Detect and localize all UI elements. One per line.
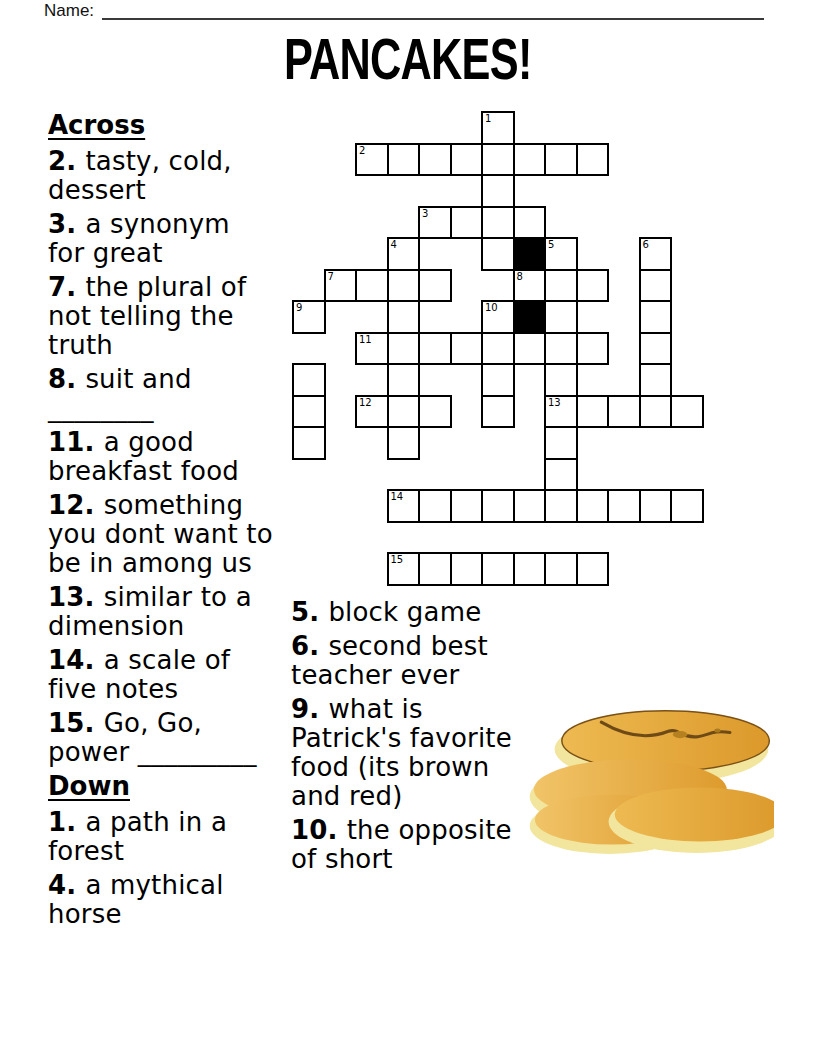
clue-text: the plural of not telling the truth [48, 272, 246, 360]
grid-cell[interactable] [544, 332, 578, 366]
clue-number: 7. [48, 272, 76, 302]
name-label: Name: [44, 2, 94, 20]
grid-cell[interactable] [576, 395, 610, 429]
grid-cell[interactable] [481, 206, 515, 240]
clue-number-label: 13 [548, 397, 561, 408]
clue-number: 1. [48, 807, 76, 837]
grid-block-cell [513, 237, 547, 271]
clue-number: 9. [291, 694, 319, 724]
down-clues-left: 1.a path in a forest4.a mythical horse [48, 808, 286, 929]
grid-cell[interactable] [292, 395, 326, 429]
clue-9: 9.what is Patrick's favorite food (its b… [291, 695, 531, 811]
grid-cell[interactable] [387, 395, 421, 429]
grid-cell[interactable] [544, 269, 578, 303]
grid-cell[interactable] [481, 174, 515, 208]
clue-number: 3. [48, 209, 76, 239]
grid-cell[interactable]: 13 [544, 395, 578, 429]
grid-cell[interactable]: 5 [544, 237, 578, 271]
clue-12: 12.something you dont want to be in amon… [48, 491, 286, 578]
name-input-line[interactable] [102, 2, 764, 20]
grid-cell[interactable] [418, 332, 452, 366]
grid-cell[interactable] [387, 300, 421, 334]
grid-cell[interactable] [481, 363, 515, 397]
grid-cell[interactable] [387, 143, 421, 177]
clue-3: 3.a synonym for great [48, 210, 286, 268]
clue-11: 11.a good breakfast food [48, 428, 286, 486]
grid-cell[interactable] [418, 143, 452, 177]
grid-cell[interactable] [481, 395, 515, 429]
grid-cell[interactable] [450, 206, 484, 240]
grid-cell[interactable] [418, 552, 452, 586]
grid-cell[interactable] [513, 552, 547, 586]
left-clue-column: Across 2.tasty, cold, dessert3.a synonym… [48, 111, 286, 934]
grid-cell[interactable] [418, 395, 452, 429]
grid-cell[interactable] [418, 269, 452, 303]
page-title: PANCAKES! [284, 30, 531, 88]
clue-2: 2.tasty, cold, dessert [48, 147, 286, 205]
grid-cell[interactable]: 12 [355, 395, 389, 429]
name-row: Name: [44, 2, 764, 20]
grid-cell[interactable] [387, 363, 421, 397]
clue-number: 5. [291, 597, 319, 627]
grid-cell[interactable] [544, 489, 578, 523]
across-heading: Across [48, 111, 286, 140]
clue-number-label: 1 [485, 113, 491, 124]
clue-number: 11. [48, 427, 95, 457]
grid-cell[interactable] [576, 552, 610, 586]
grid-cell[interactable] [481, 237, 515, 271]
grid-cell[interactable]: 14 [387, 489, 421, 523]
grid-cell[interactable] [450, 489, 484, 523]
grid-cell[interactable] [670, 489, 704, 523]
grid-cell[interactable]: 6 [639, 237, 673, 271]
clue-number-label: 8 [517, 271, 523, 282]
grid-cell[interactable] [481, 552, 515, 586]
grid-cell[interactable] [513, 143, 547, 177]
grid-cell[interactable] [639, 489, 673, 523]
clue-number: 13. [48, 582, 95, 612]
grid-cell[interactable] [387, 426, 421, 460]
clue-number: 2. [48, 146, 76, 176]
grid-cell[interactable] [450, 332, 484, 366]
clue-6: 6.second best teacher ever [291, 632, 531, 690]
grid-block-cell [513, 300, 547, 334]
worksheet-page: Name: PANCAKES! Across 2.tasty, cold, de… [0, 0, 816, 1056]
grid-cell[interactable]: 3 [418, 206, 452, 240]
grid-cell[interactable] [639, 363, 673, 397]
clue-number: 6. [291, 631, 319, 661]
grid-cell[interactable]: 1 [481, 111, 515, 145]
grid-cell[interactable] [576, 143, 610, 177]
clue-7: 7.the plural of not telling the truth [48, 273, 286, 360]
grid-cell[interactable] [607, 489, 641, 523]
clue-text: what is Patrick's favorite food (its bro… [291, 694, 512, 811]
clue-number: 8. [48, 364, 76, 394]
clue-number-label: 11 [359, 334, 372, 345]
grid-cell[interactable]: 2 [355, 143, 389, 177]
clue-number-label: 9 [296, 302, 302, 313]
grid-cell[interactable]: 15 [387, 552, 421, 586]
grid-cell[interactable] [544, 458, 578, 492]
grid-cell[interactable] [513, 489, 547, 523]
grid-cell[interactable] [481, 143, 515, 177]
grid-cell[interactable] [450, 552, 484, 586]
clue-14: 14.a scale of five notes [48, 646, 286, 704]
grid-cell[interactable] [481, 489, 515, 523]
clue-5: 5.block game [291, 598, 531, 627]
grid-cell[interactable] [544, 143, 578, 177]
grid-cell[interactable] [544, 552, 578, 586]
grid-cell[interactable] [639, 269, 673, 303]
clue-10: 10.the opposite of short [291, 816, 531, 874]
down-clues-right: 5.block game6.second best teacher ever9.… [291, 598, 531, 879]
grid-cell[interactable] [292, 426, 326, 460]
title-wrap: PANCAKES! [0, 30, 816, 88]
grid-cell[interactable]: 7 [324, 269, 358, 303]
clue-13: 13.similar to a dimension [48, 583, 286, 641]
grid-cell[interactable]: 10 [481, 300, 515, 334]
clue-number-label: 2 [359, 145, 365, 156]
clue-text: second best teacher ever [291, 631, 488, 690]
grid-cell[interactable] [576, 332, 610, 366]
grid-cell[interactable] [513, 206, 547, 240]
clue-number: 15. [48, 708, 95, 738]
grid-cell[interactable] [481, 332, 515, 366]
pancakes-illustration [524, 690, 774, 856]
clue-number: 10. [291, 815, 338, 845]
down-heading: Down [48, 772, 286, 801]
grid-cell[interactable] [387, 269, 421, 303]
crossword-grid: 123456789101112131415 [292, 111, 704, 587]
clue-number-label: 5 [548, 239, 554, 250]
grid-cell[interactable] [292, 363, 326, 397]
grid-cell[interactable] [450, 143, 484, 177]
grid-cell[interactable] [544, 300, 578, 334]
grid-cell[interactable]: 9 [292, 300, 326, 334]
grid-cell[interactable] [418, 489, 452, 523]
clue-number-label: 12 [359, 397, 372, 408]
clue-15: 15.Go, Go, power _________ [48, 709, 286, 767]
grid-cell[interactable] [355, 269, 389, 303]
grid-cell[interactable] [387, 332, 421, 366]
grid-cell[interactable] [639, 300, 673, 334]
clue-number-label: 3 [422, 208, 428, 219]
clue-number-label: 10 [485, 302, 498, 313]
clue-8: 8.suit and ________ [48, 365, 286, 423]
grid-cell[interactable]: 8 [513, 269, 547, 303]
clue-number-label: 6 [643, 239, 649, 250]
grid-cell[interactable] [670, 395, 704, 429]
clue-number-label: 15 [391, 554, 404, 565]
clue-number-label: 7 [328, 271, 334, 282]
clue-number: 4. [48, 870, 76, 900]
clue-text: block game [328, 597, 481, 627]
grid-cell[interactable]: 11 [355, 332, 389, 366]
grid-cell[interactable] [639, 395, 673, 429]
grid-cell[interactable] [639, 332, 673, 366]
grid-cell[interactable] [576, 269, 610, 303]
grid-cell[interactable] [544, 363, 578, 397]
grid-cell[interactable] [576, 489, 610, 523]
clue-number-label: 14 [391, 491, 404, 502]
clue-1: 1.a path in a forest [48, 808, 286, 866]
clue-number: 14. [48, 645, 95, 675]
grid-cell[interactable] [513, 332, 547, 366]
clue-number-label: 4 [391, 239, 397, 250]
grid-cell[interactable] [544, 426, 578, 460]
grid-cell[interactable] [607, 395, 641, 429]
clue-4: 4.a mythical horse [48, 871, 286, 929]
grid-cell[interactable]: 4 [387, 237, 421, 271]
clue-number: 12. [48, 490, 95, 520]
across-clues: 2.tasty, cold, dessert3.a synonym for gr… [48, 147, 286, 767]
